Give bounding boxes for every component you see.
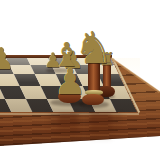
knight-icon: ♞ [74, 26, 113, 70]
chess-set-photo: ♟ ♟ ♟ ♝ ♟ ♞ ♜ [0, 0, 160, 160]
pawn-reflection [58, 114, 78, 140]
pawn-icon: ♟ [0, 44, 15, 74]
rosewood-base [82, 94, 104, 105]
pawn-piece-cutoff: ♟ [0, 44, 15, 74]
knight-reflection [90, 114, 112, 142]
